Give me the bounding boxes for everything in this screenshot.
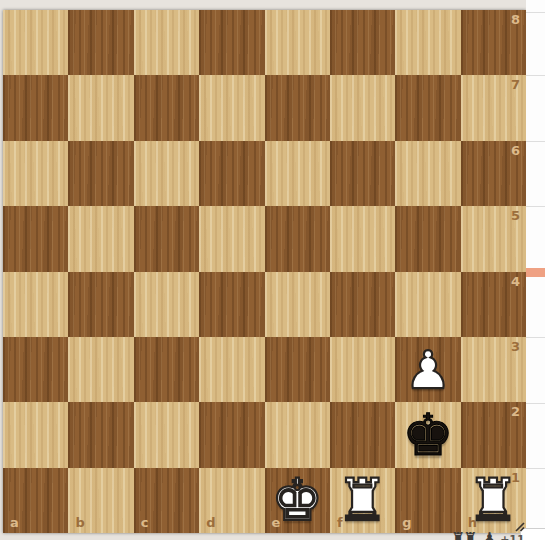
square-c6[interactable]: [134, 141, 199, 206]
side-panel: [526, 0, 545, 540]
square-b7[interactable]: [68, 75, 133, 140]
square-a5[interactable]: [3, 206, 68, 271]
square-d1[interactable]: d: [199, 468, 264, 533]
square-f3[interactable]: [330, 337, 395, 402]
square-b1[interactable]: b: [68, 468, 133, 533]
file-label-d: d: [206, 516, 215, 529]
square-c1[interactable]: c: [134, 468, 199, 533]
file-label-g: g: [402, 516, 411, 529]
white-rook[interactable]: ♜: [330, 468, 395, 533]
square-h8[interactable]: 8: [461, 10, 526, 75]
square-d6[interactable]: [199, 141, 264, 206]
square-f2[interactable]: [330, 402, 395, 467]
square-c8[interactable]: [134, 10, 199, 75]
rank-label-4: 4: [511, 275, 520, 288]
white-pawn[interactable]: ♟: [395, 337, 460, 402]
rank-label-2: 2: [511, 405, 520, 418]
rank-label-6: 6: [511, 144, 520, 157]
square-d2[interactable]: [199, 402, 264, 467]
square-h7[interactable]: 7: [461, 75, 526, 140]
square-e4[interactable]: [265, 272, 330, 337]
square-b2[interactable]: [68, 402, 133, 467]
captured-rooks-icon: ♜♜: [451, 531, 476, 540]
panel-row-divider: [526, 141, 545, 142]
square-c5[interactable]: [134, 206, 199, 271]
panel-row-divider: [526, 403, 545, 404]
square-h6[interactable]: 6: [461, 141, 526, 206]
chess-board[interactable]: 87654♟3♚2abcde♚f♜gh1♜: [3, 10, 526, 533]
square-f7[interactable]: [330, 75, 395, 140]
square-e1[interactable]: e♚: [265, 468, 330, 533]
square-e6[interactable]: [265, 141, 330, 206]
square-g5[interactable]: [395, 206, 460, 271]
file-label-c: c: [141, 516, 149, 529]
square-a2[interactable]: [3, 402, 68, 467]
square-g2[interactable]: ♚: [395, 402, 460, 467]
square-d4[interactable]: [199, 272, 264, 337]
panel-row-divider: [526, 75, 545, 76]
panel-row-divider: [526, 337, 545, 338]
square-g4[interactable]: [395, 272, 460, 337]
square-b6[interactable]: [68, 141, 133, 206]
square-g1[interactable]: g: [395, 468, 460, 533]
panel-row-divider: [526, 468, 545, 469]
square-b3[interactable]: [68, 337, 133, 402]
square-e2[interactable]: [265, 402, 330, 467]
panel-highlight-row[interactable]: [526, 268, 545, 277]
rank-label-5: 5: [511, 209, 520, 222]
panel-row-divider: [526, 206, 545, 207]
captured-pawn-icon: ♟: [483, 531, 496, 540]
square-b4[interactable]: [68, 272, 133, 337]
square-b8[interactable]: [68, 10, 133, 75]
square-e5[interactable]: [265, 206, 330, 271]
square-g3[interactable]: ♟: [395, 337, 460, 402]
rank-label-7: 7: [511, 78, 520, 91]
panel-row-divider: [526, 12, 545, 13]
square-h3[interactable]: 3: [461, 337, 526, 402]
square-e3[interactable]: [265, 337, 330, 402]
square-a7[interactable]: [3, 75, 68, 140]
square-d7[interactable]: [199, 75, 264, 140]
square-f6[interactable]: [330, 141, 395, 206]
rank-label-8: 8: [511, 13, 520, 26]
white-king[interactable]: ♚: [265, 468, 330, 533]
square-a8[interactable]: [3, 10, 68, 75]
square-g8[interactable]: [395, 10, 460, 75]
material-advantage: +11: [500, 533, 525, 540]
square-a4[interactable]: [3, 272, 68, 337]
square-h4[interactable]: 4: [461, 272, 526, 337]
square-h5[interactable]: 5: [461, 206, 526, 271]
square-d3[interactable]: [199, 337, 264, 402]
file-label-a: a: [10, 516, 19, 529]
material-bar: ♜♜ ♟ +11: [451, 531, 525, 540]
black-king[interactable]: ♚: [395, 402, 460, 467]
square-c2[interactable]: [134, 402, 199, 467]
square-g7[interactable]: [395, 75, 460, 140]
square-f8[interactable]: [330, 10, 395, 75]
square-d8[interactable]: [199, 10, 264, 75]
square-c3[interactable]: [134, 337, 199, 402]
square-a3[interactable]: [3, 337, 68, 402]
board-resize-handle[interactable]: [511, 518, 525, 532]
square-f1[interactable]: f♜: [330, 468, 395, 533]
file-label-b: b: [75, 516, 84, 529]
square-f4[interactable]: [330, 272, 395, 337]
square-f5[interactable]: [330, 206, 395, 271]
square-d5[interactable]: [199, 206, 264, 271]
square-b5[interactable]: [68, 206, 133, 271]
square-e8[interactable]: [265, 10, 330, 75]
square-a1[interactable]: a: [3, 468, 68, 533]
rank-label-3: 3: [511, 340, 520, 353]
square-g6[interactable]: [395, 141, 460, 206]
square-c7[interactable]: [134, 75, 199, 140]
square-h2[interactable]: 2: [461, 402, 526, 467]
square-e7[interactable]: [265, 75, 330, 140]
square-c4[interactable]: [134, 272, 199, 337]
square-a6[interactable]: [3, 141, 68, 206]
